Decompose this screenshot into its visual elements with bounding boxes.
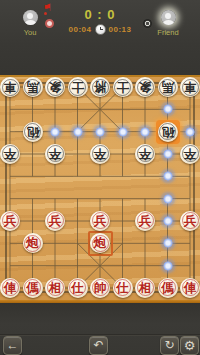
piece-red-俥[interactable]: 俥 — [180, 278, 200, 298]
piece-glyph: 兵 — [45, 211, 65, 231]
piece-glyph: 卒 — [135, 144, 155, 164]
piece-glyph: 馬 — [158, 77, 178, 97]
piece-glyph: 帥 — [90, 278, 110, 298]
piece-glyph: 炮 — [90, 233, 110, 253]
piece-red-兵[interactable]: 兵 — [90, 211, 110, 231]
piece-glyph: 卒 — [0, 144, 20, 164]
timer-friend: 00:13 — [109, 25, 132, 34]
piece-glyph: 砲 — [158, 122, 178, 142]
move-hint-dot[interactable] — [95, 127, 105, 137]
piece-glyph: 兵 — [180, 211, 200, 231]
piece-black-象[interactable]: 象 — [135, 77, 155, 97]
piece-red-炮[interactable]: 炮 — [23, 233, 43, 253]
undo-icon: ↶ — [93, 338, 103, 352]
piece-glyph: 相 — [135, 278, 155, 298]
piece-glyph: 兵 — [0, 211, 20, 231]
avatar-body — [163, 20, 174, 26]
clock-icon — [95, 24, 106, 35]
piece-glyph: 車 — [0, 77, 20, 97]
move-hint-dot[interactable] — [163, 104, 173, 114]
piece-black-象[interactable]: 象 — [45, 77, 65, 97]
piece-black-砲[interactable]: 砲 — [23, 122, 43, 142]
piece-black-將[interactable]: 將 — [90, 77, 110, 97]
piece-black-馬[interactable]: 馬 — [158, 77, 178, 97]
piece-red-兵[interactable]: 兵 — [45, 211, 65, 231]
piece-glyph: 將 — [90, 77, 110, 97]
move-hint-dot[interactable] — [140, 127, 150, 137]
piece-red-傌[interactable]: 傌 — [158, 278, 178, 298]
piece-glyph: 象 — [135, 77, 155, 97]
move-hint-dot[interactable] — [163, 149, 173, 159]
move-hint-dot[interactable] — [163, 171, 173, 181]
move-hint-dot[interactable] — [50, 127, 60, 137]
piece-red-傌[interactable]: 傌 — [23, 278, 43, 298]
piece-glyph: 相 — [45, 278, 65, 298]
piece-glyph: 傌 — [23, 278, 43, 298]
timer-you: 00:04 — [69, 25, 92, 34]
move-hint-dot[interactable] — [163, 261, 173, 271]
redo-button[interactable]: ↻ — [160, 336, 179, 355]
undo-button[interactable]: ↶ — [89, 336, 108, 355]
piece-red-相[interactable]: 相 — [45, 278, 65, 298]
piece-black-車[interactable]: 車 — [0, 77, 20, 97]
back-arrow-icon: ← — [7, 338, 19, 352]
piece-red-兵[interactable]: 兵 — [0, 211, 20, 231]
piece-glyph: 象 — [45, 77, 65, 97]
pieces-layer: 車馬象士將士象馬車砲砲卒卒卒卒卒兵兵兵兵兵炮炮俥傌相仕帥仕相傌俥 — [0, 75, 200, 303]
settings-button[interactable]: ⚙ — [180, 336, 199, 355]
piece-red-兵[interactable]: 兵 — [180, 211, 200, 231]
move-hint-dot[interactable] — [163, 216, 173, 226]
piece-glyph: 砲 — [23, 122, 43, 142]
piece-glyph: 兵 — [90, 211, 110, 231]
move-hint-dot[interactable] — [163, 238, 173, 248]
piece-black-士[interactable]: 士 — [113, 77, 133, 97]
piece-glyph: 兵 — [135, 211, 155, 231]
piece-black-卒[interactable]: 卒 — [90, 144, 110, 164]
piece-black-卒[interactable]: 卒 — [135, 144, 155, 164]
piece-glyph: 仕 — [113, 278, 133, 298]
player-friend-name: Friend — [151, 28, 185, 37]
avatar-head — [165, 13, 171, 19]
piece-glyph: 俥 — [180, 278, 200, 298]
piece-black-卒[interactable]: 卒 — [45, 144, 65, 164]
piece-red-兵[interactable]: 兵 — [135, 211, 155, 231]
top-bar: You ⚑ 0 : 0 00:04 00:13 Friend — [0, 0, 200, 75]
piece-glyph: 傌 — [158, 278, 178, 298]
xiangqi-app: You ⚑ 0 : 0 00:04 00:13 Friend — [0, 0, 200, 355]
gear-icon: ⚙ — [184, 338, 196, 353]
piece-glyph: 卒 — [45, 144, 65, 164]
avatar-friend-icon — [161, 10, 176, 25]
move-hint-dot[interactable] — [73, 127, 83, 137]
piece-glyph: 卒 — [90, 144, 110, 164]
piece-black-砲[interactable]: 砲 — [158, 122, 178, 142]
piece-red-相[interactable]: 相 — [135, 278, 155, 298]
board[interactable]: 車馬象士將士象馬車砲砲卒卒卒卒卒兵兵兵兵兵炮炮俥傌相仕帥仕相傌俥 — [0, 75, 200, 303]
move-hint-dot[interactable] — [118, 127, 128, 137]
back-button[interactable]: ← — [3, 336, 22, 355]
piece-glyph: 俥 — [0, 278, 20, 298]
piece-glyph: 卒 — [180, 144, 200, 164]
player-friend[interactable]: Friend — [151, 10, 185, 37]
piece-red-俥[interactable]: 俥 — [0, 278, 20, 298]
piece-red-炮[interactable]: 炮 — [90, 233, 110, 253]
piece-red-仕[interactable]: 仕 — [113, 278, 133, 298]
piece-glyph: 馬 — [23, 77, 43, 97]
move-hint-dot[interactable] — [185, 127, 195, 137]
piece-glyph: 車 — [180, 77, 200, 97]
piece-red-帥[interactable]: 帥 — [90, 278, 110, 298]
piece-black-馬[interactable]: 馬 — [23, 77, 43, 97]
piece-glyph: 士 — [68, 77, 88, 97]
piece-red-仕[interactable]: 仕 — [68, 278, 88, 298]
piece-glyph: 士 — [113, 77, 133, 97]
piece-glyph: 仕 — [68, 278, 88, 298]
piece-black-車[interactable]: 車 — [180, 77, 200, 97]
redo-icon: ↻ — [164, 338, 174, 352]
piece-black-士[interactable]: 士 — [68, 77, 88, 97]
piece-black-卒[interactable]: 卒 — [0, 144, 20, 164]
bottom-bar: ← ↶ ↻ ⚙ — [0, 303, 200, 355]
move-hint-dot[interactable] — [163, 194, 173, 204]
piece-black-卒[interactable]: 卒 — [180, 144, 200, 164]
piece-glyph: 炮 — [23, 233, 43, 253]
